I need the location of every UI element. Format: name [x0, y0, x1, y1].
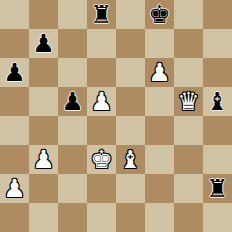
square-h8[interactable] [203, 0, 232, 29]
square-c5[interactable]: ♟ [58, 87, 87, 116]
square-h7[interactable] [203, 29, 232, 58]
square-a6[interactable]: ♟ [0, 58, 29, 87]
square-g5[interactable]: ♛ [174, 87, 203, 116]
square-h1[interactable] [203, 203, 232, 232]
square-b7[interactable]: ♟ [29, 29, 58, 58]
square-a4[interactable] [0, 116, 29, 145]
square-d3[interactable]: ♚ [87, 145, 116, 174]
square-g3[interactable] [174, 145, 203, 174]
square-h4[interactable] [203, 116, 232, 145]
square-e6[interactable] [116, 58, 145, 87]
square-f1[interactable] [145, 203, 174, 232]
square-g6[interactable] [174, 58, 203, 87]
square-f3[interactable] [145, 145, 174, 174]
square-e4[interactable] [116, 116, 145, 145]
piece-white-pawn: ♟ [32, 145, 54, 174]
square-c7[interactable] [58, 29, 87, 58]
square-g2[interactable] [174, 174, 203, 203]
square-d2[interactable] [87, 174, 116, 203]
square-a1[interactable] [0, 203, 29, 232]
square-g4[interactable] [174, 116, 203, 145]
square-f6[interactable]: ♟ [145, 58, 174, 87]
piece-white-king: ♚ [90, 145, 112, 174]
square-c2[interactable] [58, 174, 87, 203]
square-c8[interactable] [58, 0, 87, 29]
square-e7[interactable] [116, 29, 145, 58]
square-d4[interactable] [87, 116, 116, 145]
square-h2[interactable]: ♜ [203, 174, 232, 203]
square-d1[interactable] [87, 203, 116, 232]
square-e3[interactable]: ♝ [116, 145, 145, 174]
square-a8[interactable] [0, 0, 29, 29]
piece-white-bishop: ♝ [119, 145, 141, 174]
piece-white-pawn: ♟ [148, 58, 170, 87]
square-a5[interactable] [0, 87, 29, 116]
piece-black-rook: ♜ [90, 0, 112, 29]
piece-white-pawn: ♟ [90, 87, 112, 116]
square-f7[interactable] [145, 29, 174, 58]
square-a2[interactable]: ♟ [0, 174, 29, 203]
square-b2[interactable] [29, 174, 58, 203]
square-b4[interactable] [29, 116, 58, 145]
square-d8[interactable]: ♜ [87, 0, 116, 29]
piece-white-queen: ♛ [177, 87, 199, 116]
piece-white-pawn: ♟ [3, 174, 25, 203]
square-c4[interactable] [58, 116, 87, 145]
square-c3[interactable] [58, 145, 87, 174]
square-b6[interactable] [29, 58, 58, 87]
piece-black-pawn: ♟ [32, 29, 54, 58]
square-f2[interactable] [145, 174, 174, 203]
square-a7[interactable] [0, 29, 29, 58]
square-c6[interactable] [58, 58, 87, 87]
square-b8[interactable] [29, 0, 58, 29]
piece-black-rook: ♜ [206, 174, 228, 203]
square-f5[interactable] [145, 87, 174, 116]
square-g8[interactable] [174, 0, 203, 29]
square-h3[interactable] [203, 145, 232, 174]
square-b5[interactable] [29, 87, 58, 116]
square-g7[interactable] [174, 29, 203, 58]
square-a3[interactable] [0, 145, 29, 174]
square-f4[interactable] [145, 116, 174, 145]
piece-black-bishop: ♝ [206, 87, 228, 116]
chess-board: ♜♚♟♟♟♟♟♛♝♟♚♝♟♜ [0, 0, 232, 232]
square-b3[interactable]: ♟ [29, 145, 58, 174]
square-b1[interactable] [29, 203, 58, 232]
square-d5[interactable]: ♟ [87, 87, 116, 116]
piece-black-pawn: ♟ [3, 58, 25, 87]
square-h5[interactable]: ♝ [203, 87, 232, 116]
square-e8[interactable] [116, 0, 145, 29]
square-h6[interactable] [203, 58, 232, 87]
square-f8[interactable]: ♚ [145, 0, 174, 29]
square-e5[interactable] [116, 87, 145, 116]
piece-black-pawn: ♟ [61, 87, 83, 116]
square-e1[interactable] [116, 203, 145, 232]
square-d6[interactable] [87, 58, 116, 87]
square-d7[interactable] [87, 29, 116, 58]
square-c1[interactable] [58, 203, 87, 232]
piece-black-king: ♚ [148, 0, 170, 29]
square-g1[interactable] [174, 203, 203, 232]
square-e2[interactable] [116, 174, 145, 203]
